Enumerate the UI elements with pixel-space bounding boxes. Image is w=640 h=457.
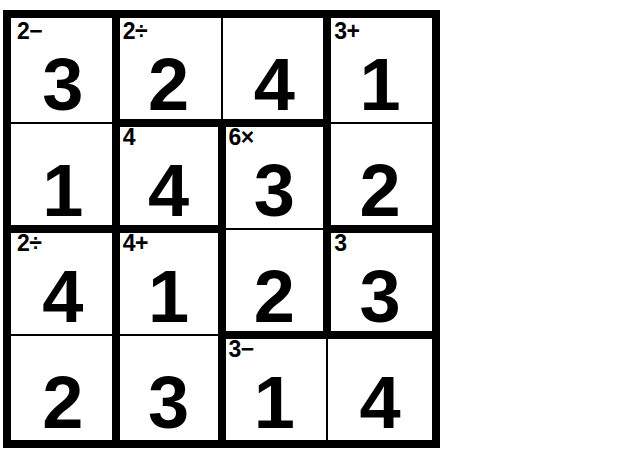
cell-r2c0: 2÷4 [11,230,115,334]
cell-value: 4 [11,260,115,334]
cage-clue: 2÷ [123,19,147,44]
cell-r0c3: 3+1 [328,18,432,122]
cage-clue: 3− [229,337,254,362]
cage-clue: 4+ [123,231,148,256]
cage-clue: 2÷ [17,231,41,256]
cell-r1c3: 2 [328,124,432,228]
cell-r2c3: 33 [328,230,432,334]
cell-r1c0: 1 [11,124,115,228]
cage-clue: 6× [229,125,254,150]
cell-value: 2 [328,154,432,228]
cell-value: 2 [223,260,327,334]
cell-value: 1 [11,154,115,228]
cell-value: 3 [223,154,327,228]
cell-value: 4 [328,366,432,440]
cell-r2c2: 2 [223,230,327,334]
cell-r3c1: 3 [117,336,221,440]
kenken-board: 2−32÷243+11446×322÷44+1233233−14 [3,10,440,448]
cell-r0c1: 2÷2 [117,18,221,122]
cell-value: 1 [117,260,221,334]
cell-value: 1 [223,366,327,440]
cell-value: 2 [11,366,115,440]
cell-r1c2: 6×3 [223,124,327,228]
cell-r0c2: 4 [223,18,327,122]
cage-clue: 3 [334,231,346,256]
cell-r3c3: 4 [328,336,432,440]
cell-value: 1 [328,48,432,122]
cage-clue: 3+ [334,19,359,44]
cell-r3c0: 2 [11,336,115,440]
cell-r2c1: 4+1 [117,230,221,334]
cell-r1c1: 44 [117,124,221,228]
cell-value: 3 [11,48,115,122]
cell-value: 2 [117,48,221,122]
cell-value: 3 [117,366,221,440]
cell-value: 4 [223,48,327,122]
cell-r3c2: 3−1 [223,336,327,440]
cell-value: 4 [117,154,221,228]
cage-clue: 2− [17,19,42,44]
cell-value: 3 [328,260,432,334]
cell-r0c0: 2−3 [11,18,115,122]
cage-clue: 4 [123,125,135,150]
